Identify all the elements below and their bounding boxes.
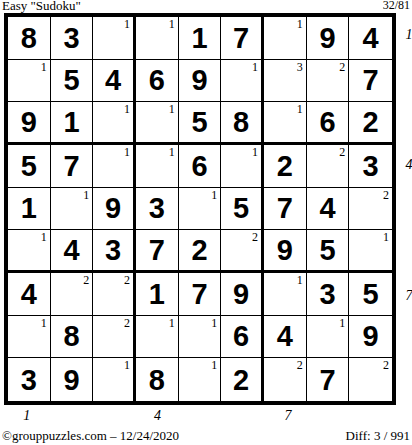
cell-r7c8[interactable]: 3 xyxy=(307,273,350,316)
cell-r6c9[interactable]: 1 xyxy=(349,230,392,273)
cell-r3c1[interactable]: 9 xyxy=(8,102,51,145)
given-digit: 9 xyxy=(191,65,207,95)
cell-r4c7[interactable]: 2 xyxy=(264,145,307,188)
cell-r1c2[interactable]: 3 xyxy=(51,17,94,60)
pencil-mark: 1 xyxy=(211,188,217,202)
cell-r8c4[interactable]: 1 xyxy=(136,316,179,359)
given-digit: 7 xyxy=(149,235,165,265)
cell-r9c2[interactable]: 9 xyxy=(51,358,94,401)
pencil-mark: 1 xyxy=(124,145,130,159)
cell-r3c5[interactable]: 5 xyxy=(179,102,222,145)
row-label-4: 4 xyxy=(402,156,412,173)
pencil-mark: 1 xyxy=(41,230,47,244)
cell-r7c7[interactable]: 1 xyxy=(264,273,307,316)
given-digit: 8 xyxy=(21,23,37,53)
pencil-mark: 2 xyxy=(383,358,389,372)
cell-r8c7[interactable]: 4 xyxy=(264,316,307,359)
pencil-mark: 1 xyxy=(297,273,303,287)
sudoku-page: Easy "Sudoku" 32/81 83111719415469132791… xyxy=(0,0,412,445)
cell-r3c9[interactable]: 2 xyxy=(349,102,392,145)
cell-r4c4[interactable]: 1 xyxy=(136,145,179,188)
cell-r1c5[interactable]: 1 xyxy=(179,17,222,60)
cell-r6c6[interactable]: 2 xyxy=(221,230,264,273)
cell-r6c4[interactable]: 7 xyxy=(136,230,179,273)
cell-r5c9[interactable]: 2 xyxy=(349,188,392,231)
cell-r1c6[interactable]: 7 xyxy=(221,17,264,60)
given-digit: 5 xyxy=(319,235,335,265)
pencil-mark: 2 xyxy=(124,316,130,330)
pencil-mark: 2 xyxy=(83,273,89,287)
cell-r1c8[interactable]: 9 xyxy=(307,17,350,60)
pencil-mark: 1 xyxy=(383,230,389,244)
cell-r5c8[interactable]: 4 xyxy=(307,188,350,231)
given-digit: 9 xyxy=(319,23,335,53)
cell-r3c8[interactable]: 6 xyxy=(307,102,350,145)
cell-r2c8[interactable]: 2 xyxy=(307,60,350,103)
cell-r7c4[interactable]: 1 xyxy=(136,273,179,316)
given-digit: 9 xyxy=(233,279,249,309)
cell-r4c2[interactable]: 7 xyxy=(51,145,94,188)
pencil-mark: 1 xyxy=(169,316,175,330)
pencil-mark: 2 xyxy=(339,60,345,74)
given-digit: 7 xyxy=(319,365,335,395)
cell-r5c4[interactable]: 3 xyxy=(136,188,179,231)
cell-r8c8[interactable]: 1 xyxy=(307,316,350,359)
given-digit: 1 xyxy=(149,279,165,309)
cell-r4c5[interactable]: 6 xyxy=(179,145,222,188)
given-digit: 3 xyxy=(21,365,37,395)
cell-r2c6[interactable]: 1 xyxy=(221,60,264,103)
cell-r2c2[interactable]: 5 xyxy=(51,60,94,103)
given-digit: 4 xyxy=(319,193,335,223)
cell-r5c5[interactable]: 1 xyxy=(179,188,222,231)
cell-r6c1[interactable]: 1 xyxy=(8,230,51,273)
cell-r9c7[interactable]: 2 xyxy=(264,358,307,401)
given-digit: 2 xyxy=(363,107,379,137)
cell-r2c4[interactable]: 6 xyxy=(136,60,179,103)
given-digit: 2 xyxy=(277,151,293,181)
cell-r2c3[interactable]: 4 xyxy=(93,60,136,103)
cell-r9c3[interactable]: 1 xyxy=(93,358,136,401)
pencil-mark: 1 xyxy=(169,102,175,116)
given-digit: 6 xyxy=(191,151,207,181)
given-digit: 4 xyxy=(363,23,379,53)
cell-r8c9[interactable]: 9 xyxy=(349,316,392,359)
given-digit: 6 xyxy=(149,65,165,95)
cell-r8c3[interactable]: 2 xyxy=(93,316,136,359)
cell-r1c7[interactable]: 1 xyxy=(264,17,307,60)
pencil-mark: 1 xyxy=(124,17,130,31)
pencil-mark: 1 xyxy=(169,145,175,159)
given-digit: 5 xyxy=(233,193,249,223)
cell-r2c1[interactable]: 1 xyxy=(8,60,51,103)
cell-r5c6[interactable]: 5 xyxy=(221,188,264,231)
pencil-mark: 2 xyxy=(297,358,303,372)
given-digit: 3 xyxy=(363,151,379,181)
cell-r9c5[interactable]: 1 xyxy=(179,358,222,401)
cell-r9c4[interactable]: 8 xyxy=(136,358,179,401)
given-digit: 3 xyxy=(63,23,79,53)
row-label-1: 1 xyxy=(402,26,412,43)
given-digit: 8 xyxy=(63,321,79,351)
pencil-mark: 1 xyxy=(41,316,47,330)
given-digit: 9 xyxy=(63,365,79,395)
pencil-mark: 1 xyxy=(297,102,303,116)
pencil-mark: 1 xyxy=(252,145,258,159)
cell-r9c8[interactable]: 7 xyxy=(307,358,350,401)
given-digit: 9 xyxy=(105,193,121,223)
cell-r7c5[interactable]: 7 xyxy=(179,273,222,316)
cell-r9c6[interactable]: 2 xyxy=(221,358,264,401)
cell-r4c9[interactable]: 3 xyxy=(349,145,392,188)
copyright-text: ©grouppuzzles.com – 12/24/2020 xyxy=(2,428,179,444)
board-area: 8311171941546913279111581625711612231193… xyxy=(4,13,396,405)
given-digit: 5 xyxy=(363,279,379,309)
cell-r3c6[interactable]: 8 xyxy=(221,102,264,145)
cell-r6c3[interactable]: 3 xyxy=(93,230,136,273)
cell-r1c4[interactable]: 1 xyxy=(136,17,179,60)
cell-r5c1[interactable]: 1 xyxy=(8,188,51,231)
given-digit: 4 xyxy=(21,279,37,309)
cell-r5c3[interactable]: 9 xyxy=(93,188,136,231)
given-digit: 3 xyxy=(105,235,121,265)
cell-r1c3[interactable]: 1 xyxy=(93,17,136,60)
cell-r2c9[interactable]: 7 xyxy=(349,60,392,103)
given-digit: 1 xyxy=(191,23,207,53)
given-digit: 8 xyxy=(233,107,249,137)
cell-r2c7[interactable]: 3 xyxy=(264,60,307,103)
cell-r5c7[interactable]: 7 xyxy=(264,188,307,231)
cell-r7c3[interactable]: 2 xyxy=(93,273,136,316)
cell-r8c5[interactable]: 1 xyxy=(179,316,222,359)
cell-r4c1[interactable]: 5 xyxy=(8,145,51,188)
cell-r7c1[interactable]: 4 xyxy=(8,273,51,316)
col-label-4: 4 xyxy=(150,407,164,424)
cell-r7c9[interactable]: 5 xyxy=(349,273,392,316)
given-digit: 7 xyxy=(363,65,379,95)
given-digit: 6 xyxy=(319,107,335,137)
pencil-mark: 1 xyxy=(124,102,130,116)
cell-r6c2[interactable]: 4 xyxy=(51,230,94,273)
cell-r4c6[interactable]: 1 xyxy=(221,145,264,188)
given-digit: 4 xyxy=(105,65,121,95)
cell-r6c8[interactable]: 5 xyxy=(307,230,350,273)
given-digit: 5 xyxy=(191,107,207,137)
given-digit: 7 xyxy=(277,193,293,223)
pencil-mark: 1 xyxy=(339,316,345,330)
given-digit: 3 xyxy=(149,193,165,223)
cell-r3c2[interactable]: 1 xyxy=(51,102,94,145)
given-digit: 1 xyxy=(21,193,37,223)
pencil-mark: 2 xyxy=(252,230,258,244)
given-digit: 9 xyxy=(277,235,293,265)
cell-r8c1[interactable]: 1 xyxy=(8,316,51,359)
given-digit: 7 xyxy=(63,151,79,181)
cell-r8c6[interactable]: 6 xyxy=(221,316,264,359)
pencil-mark: 1 xyxy=(41,60,47,74)
pencil-mark: 1 xyxy=(211,316,217,330)
given-digit: 4 xyxy=(63,235,79,265)
cell-r3c4[interactable]: 1 xyxy=(136,102,179,145)
pencil-mark: 1 xyxy=(211,358,217,372)
cell-r3c7[interactable]: 1 xyxy=(264,102,307,145)
pencil-mark: 1 xyxy=(83,188,89,202)
given-digit: 3 xyxy=(319,279,335,309)
given-digit: 2 xyxy=(191,235,207,265)
given-digit: 9 xyxy=(363,321,379,351)
given-digit: 5 xyxy=(21,151,37,181)
cell-r9c9[interactable]: 2 xyxy=(349,358,392,401)
cell-r8c2[interactable]: 8 xyxy=(51,316,94,359)
pencil-mark: 2 xyxy=(124,273,130,287)
cell-r7c6[interactable]: 9 xyxy=(221,273,264,316)
cell-r6c5[interactable]: 2 xyxy=(179,230,222,273)
given-digit: 1 xyxy=(63,107,79,137)
page-title: Easy "Sudoku" xyxy=(2,0,81,14)
pencil-mark: 1 xyxy=(297,17,303,31)
cell-r5c2[interactable]: 1 xyxy=(51,188,94,231)
row-label-7: 7 xyxy=(402,287,412,304)
cell-r7c2[interactable]: 2 xyxy=(51,273,94,316)
col-label-1: 1 xyxy=(20,407,34,424)
given-digit: 2 xyxy=(233,365,249,395)
given-digit: 7 xyxy=(233,23,249,53)
cell-r4c3[interactable]: 1 xyxy=(93,145,136,188)
given-digit: 5 xyxy=(63,65,79,95)
cell-r3c3[interactable]: 1 xyxy=(93,102,136,145)
difficulty-text: Diff: 3 / 991 xyxy=(346,428,410,444)
given-digit: 4 xyxy=(277,321,293,351)
cell-r1c9[interactable]: 4 xyxy=(349,17,392,60)
pencil-mark: 2 xyxy=(339,145,345,159)
given-digit: 7 xyxy=(191,279,207,309)
cell-r2c5[interactable]: 9 xyxy=(179,60,222,103)
cell-r1c1[interactable]: 8 xyxy=(8,17,51,60)
cell-r6c7[interactable]: 9 xyxy=(264,230,307,273)
sudoku-board: 8311171941546913279111581625711612231193… xyxy=(4,13,396,405)
pencil-mark: 1 xyxy=(252,60,258,74)
pencil-mark: 1 xyxy=(124,358,130,372)
col-label-7: 7 xyxy=(281,407,295,424)
pencil-mark: 3 xyxy=(297,60,303,74)
pencil-mark: 2 xyxy=(383,188,389,202)
cell-r9c1[interactable]: 3 xyxy=(8,358,51,401)
given-digit: 9 xyxy=(21,107,37,137)
progress-counter: 32/81 xyxy=(383,0,410,13)
given-digit: 8 xyxy=(149,365,165,395)
given-digit: 6 xyxy=(233,321,249,351)
cell-r4c8[interactable]: 2 xyxy=(307,145,350,188)
pencil-mark: 1 xyxy=(169,17,175,31)
